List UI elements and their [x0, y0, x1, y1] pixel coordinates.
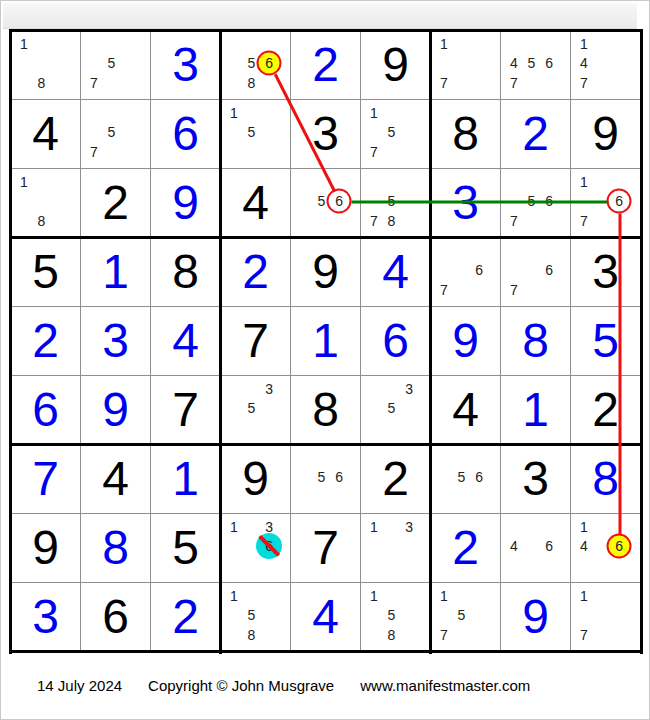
solved-digit: 8: [102, 524, 129, 572]
cell-r9c2[interactable]: 6: [81, 583, 151, 652]
candidate-digit: 5: [248, 125, 256, 139]
cell-r9c9[interactable]: 17: [571, 583, 641, 652]
cell-r6c6[interactable]: 35: [361, 376, 431, 445]
cell-r4c9[interactable]: 3: [571, 238, 641, 307]
cell-r8c2[interactable]: 8: [81, 514, 151, 583]
given-digit: 2: [592, 386, 619, 434]
candidate-digit: 8: [248, 76, 256, 90]
candidate-digit: 3: [405, 520, 413, 534]
cell-r2c3[interactable]: 6: [151, 100, 221, 169]
candidate-digit: 5: [108, 125, 116, 139]
cell-r1c2[interactable]: 57: [81, 31, 151, 100]
candidate-digit: 7: [510, 214, 518, 228]
solved-digit: 2: [522, 110, 549, 158]
box-border-vertical: [640, 29, 643, 654]
toolbar: [3, 3, 637, 29]
candidate-digit: 6: [475, 470, 483, 484]
solved-digit: 1: [312, 317, 339, 365]
solved-digit: 7: [32, 455, 59, 503]
given-digit: 9: [312, 248, 339, 296]
candidate-digit: 1: [370, 520, 378, 534]
cell-r3c5[interactable]: 56: [291, 169, 361, 238]
candidate-digit: 1: [440, 37, 448, 51]
cell-r7c1[interactable]: 7: [11, 445, 81, 514]
candidate-digit: 8: [38, 76, 46, 90]
candidate-digit: 8: [388, 628, 396, 642]
candidate-digit: 6: [335, 194, 343, 208]
candidate-digit: 7: [370, 214, 378, 228]
cell-r1c9[interactable]: 147: [571, 31, 641, 100]
candidate-digit: 5: [248, 56, 256, 70]
cell-r5c2[interactable]: 3: [81, 307, 151, 376]
candidate-digit: 3: [265, 382, 273, 396]
cell-r5c6[interactable]: 6: [361, 307, 431, 376]
cell-r3c8[interactable]: 567: [501, 169, 571, 238]
cell-r6c2[interactable]: 9: [81, 376, 151, 445]
candidate-digit: 4: [510, 539, 518, 553]
cell-r1c6[interactable]: 9: [361, 31, 431, 100]
cell-r8c8[interactable]: 46: [501, 514, 571, 583]
cell-r2c9[interactable]: 9: [571, 100, 641, 169]
box-border-vertical: [9, 29, 12, 654]
candidate-digit: 7: [440, 628, 448, 642]
solved-digit: 6: [382, 317, 409, 365]
solved-digit: 9: [172, 179, 199, 227]
cell-r8c9[interactable]: 146: [571, 514, 641, 583]
solved-digit: 1: [172, 455, 199, 503]
cell-r7c3[interactable]: 1: [151, 445, 221, 514]
cell-r5c7[interactable]: 9: [431, 307, 501, 376]
given-digit: 7: [242, 317, 269, 365]
cell-r1c8[interactable]: 4567: [501, 31, 571, 100]
given-digit: 2: [102, 179, 129, 227]
cell-r3c4[interactable]: 4: [221, 169, 291, 238]
cell-r8c5[interactable]: 7: [291, 514, 361, 583]
cell-r4c1[interactable]: 5: [11, 238, 81, 307]
candidate-digit: 1: [580, 175, 588, 189]
cell-r9c8[interactable]: 9: [501, 583, 571, 652]
candidate-digit: 5: [388, 194, 396, 208]
cell-r8c4[interactable]: 136: [221, 514, 291, 583]
candidate-digit: 1: [230, 589, 238, 603]
cell-r7c9[interactable]: 8: [571, 445, 641, 514]
candidate-digit: 6: [545, 56, 553, 70]
candidate-digit: 7: [370, 145, 378, 159]
candidate-digit: 1: [580, 589, 588, 603]
cell-r6c4[interactable]: 35: [221, 376, 291, 445]
cell-r9c7[interactable]: 157: [431, 583, 501, 652]
cell-r3c6[interactable]: 578: [361, 169, 431, 238]
solved-digit: 3: [32, 593, 59, 641]
candidate-digit: 6: [615, 194, 623, 208]
cell-r4c2[interactable]: 1: [81, 238, 151, 307]
footer-copyright: Copyright © John Musgrave: [148, 677, 334, 694]
candidate-digit: 1: [440, 589, 448, 603]
given-digit: 9: [592, 110, 619, 158]
cell-r6c8[interactable]: 1: [501, 376, 571, 445]
cell-r7c8[interactable]: 3: [501, 445, 571, 514]
solved-digit: 2: [32, 317, 59, 365]
cell-r3c3[interactable]: 9: [151, 169, 221, 238]
given-digit: 4: [242, 179, 269, 227]
candidate-digit: 6: [265, 56, 273, 70]
candidate-digit: 5: [388, 125, 396, 139]
cell-r7c4[interactable]: 9: [221, 445, 291, 514]
solved-digit: 6: [32, 386, 59, 434]
cell-r9c4[interactable]: 158: [221, 583, 291, 652]
solved-digit: 2: [172, 593, 199, 641]
solved-digit: 5: [592, 317, 619, 365]
cell-r4c6[interactable]: 4: [361, 238, 431, 307]
candidate-digit: 1: [580, 37, 588, 51]
cell-r6c1[interactable]: 6: [11, 376, 81, 445]
candidate-digit: 5: [528, 194, 536, 208]
solved-digit: 6: [172, 110, 199, 158]
cell-r4c5[interactable]: 9: [291, 238, 361, 307]
cell-r8c3[interactable]: 5: [151, 514, 221, 583]
candidate-digit: 1: [580, 520, 588, 534]
cell-r9c3[interactable]: 2: [151, 583, 221, 652]
cell-r2c5[interactable]: 3: [291, 100, 361, 169]
cell-r6c7[interactable]: 4: [431, 376, 501, 445]
given-digit: 9: [32, 524, 59, 572]
cell-r4c7[interactable]: 67: [431, 238, 501, 307]
cell-r2c8[interactable]: 2: [501, 100, 571, 169]
candidate-digit: 7: [90, 76, 98, 90]
box-border-horizontal: [9, 236, 643, 239]
solved-digit: 4: [172, 317, 199, 365]
box-border-vertical: [429, 29, 432, 654]
candidate-digit: 1: [370, 589, 378, 603]
candidate-digit: 1: [370, 106, 378, 120]
cell-r5c8[interactable]: 8: [501, 307, 571, 376]
box-border-vertical: [219, 29, 222, 654]
cell-r3c2[interactable]: 2: [81, 169, 151, 238]
cell-r4c3[interactable]: 8: [151, 238, 221, 307]
solved-digit: 2: [312, 41, 339, 89]
cell-r2c7[interactable]: 8: [431, 100, 501, 169]
cell-r8c6[interactable]: 13: [361, 514, 431, 583]
given-digit: 5: [172, 524, 199, 572]
solved-digit: 1: [522, 386, 549, 434]
cell-r2c4[interactable]: 15: [221, 100, 291, 169]
given-digit: 3: [312, 110, 339, 158]
given-digit: 4: [102, 455, 129, 503]
candidate-digit: 8: [38, 214, 46, 228]
candidate-digit: 5: [388, 401, 396, 415]
given-digit: 9: [242, 455, 269, 503]
cell-r1c3[interactable]: 3: [151, 31, 221, 100]
solved-digit: 3: [452, 179, 479, 227]
cell-r7c7[interactable]: 56: [431, 445, 501, 514]
sudoku-app-window: 1857356829174567147457615315782918294565…: [0, 0, 650, 720]
given-digit: 3: [522, 455, 549, 503]
cell-r5c4[interactable]: 7: [221, 307, 291, 376]
solved-digit: 2: [452, 524, 479, 572]
cell-r8c7[interactable]: 2: [431, 514, 501, 583]
candidate-digit: 8: [388, 214, 396, 228]
cell-r7c6[interactable]: 2: [361, 445, 431, 514]
box-border-horizontal: [9, 443, 643, 446]
candidate-digit: 4: [510, 56, 518, 70]
solved-digit: 9: [522, 593, 549, 641]
cell-r1c7[interactable]: 17: [431, 31, 501, 100]
cell-r5c1[interactable]: 2: [11, 307, 81, 376]
candidate-digit: 7: [580, 628, 588, 642]
cell-r5c3[interactable]: 4: [151, 307, 221, 376]
candidate-digit: 6: [615, 539, 623, 553]
cell-r9c5[interactable]: 4: [291, 583, 361, 652]
cell-r2c2[interactable]: 57: [81, 100, 151, 169]
cell-r5c9[interactable]: 5: [571, 307, 641, 376]
solved-digit: 2: [242, 248, 269, 296]
solved-digit: 9: [452, 317, 479, 365]
given-digit: 2: [382, 455, 409, 503]
cell-r6c9[interactable]: 2: [571, 376, 641, 445]
candidate-digit: 5: [458, 608, 466, 622]
candidate-digit: 5: [108, 56, 116, 70]
candidate-digit: 7: [510, 76, 518, 90]
candidate-digit: 3: [405, 382, 413, 396]
box-border-horizontal: [9, 29, 643, 32]
cell-r3c9[interactable]: 167: [571, 169, 641, 238]
candidate-digit: 8: [248, 628, 256, 642]
cell-r2c6[interactable]: 157: [361, 100, 431, 169]
given-digit: 4: [452, 386, 479, 434]
footer-website: www.manifestmaster.com: [360, 677, 530, 694]
given-digit: 9: [382, 41, 409, 89]
cell-r5c5[interactable]: 1: [291, 307, 361, 376]
given-digit: 8: [452, 110, 479, 158]
cell-r4c8[interactable]: 67: [501, 238, 571, 307]
given-digit: 4: [32, 110, 59, 158]
candidate-digit: 7: [90, 145, 98, 159]
solved-digit: 4: [312, 593, 339, 641]
cell-r7c5[interactable]: 56: [291, 445, 361, 514]
solved-digit: 3: [102, 317, 129, 365]
cell-r8c1[interactable]: 9: [11, 514, 81, 583]
cell-r1c1[interactable]: 18: [11, 31, 81, 100]
given-digit: 8: [312, 386, 339, 434]
box-border-horizontal: [9, 650, 643, 653]
cell-r2c1[interactable]: 4: [11, 100, 81, 169]
candidate-digit: 7: [580, 214, 588, 228]
candidate-digit: 7: [440, 283, 448, 297]
footer: 14 July 2024 Copyright © John Musgrave w…: [37, 677, 530, 694]
candidate-digit: 1: [230, 520, 238, 534]
candidate-digit: 5: [248, 608, 256, 622]
cell-r7c2[interactable]: 4: [81, 445, 151, 514]
candidate-digit: 4: [580, 56, 588, 70]
candidate-digit: 6: [545, 194, 553, 208]
candidate-digit: 6: [545, 263, 553, 277]
cell-r6c3[interactable]: 7: [151, 376, 221, 445]
given-digit: 5: [32, 248, 59, 296]
solved-digit: 1: [102, 248, 129, 296]
cell-r4c4[interactable]: 2: [221, 238, 291, 307]
candidate-digit: 7: [440, 76, 448, 90]
candidate-digit: 6: [335, 470, 343, 484]
given-digit: 6: [102, 593, 129, 641]
candidate-digit: 5: [318, 194, 326, 208]
cell-r9c1[interactable]: 3: [11, 583, 81, 652]
footer-date: 14 July 2024: [37, 677, 122, 694]
candidate-digit: 5: [248, 401, 256, 415]
candidate-digit: 1: [20, 37, 28, 51]
solved-digit: 4: [382, 248, 409, 296]
candidate-digit: 5: [528, 56, 536, 70]
cell-r1c5[interactable]: 2: [291, 31, 361, 100]
candidate-digit: 5: [388, 608, 396, 622]
candidate-digit: 4: [580, 539, 588, 553]
cell-r6c5[interactable]: 8: [291, 376, 361, 445]
candidate-digit: 5: [318, 470, 326, 484]
solved-digit: 8: [522, 317, 549, 365]
cell-r3c7[interactable]: 3: [431, 169, 501, 238]
given-digit: 3: [592, 248, 619, 296]
candidate-digit: 6: [545, 539, 553, 553]
candidate-digit: 1: [20, 175, 28, 189]
given-digit: 7: [312, 524, 339, 572]
given-digit: 7: [172, 386, 199, 434]
solved-digit: 9: [102, 386, 129, 434]
candidate-digit: 6: [475, 263, 483, 277]
candidate-digit: 7: [510, 283, 518, 297]
cell-r9c6[interactable]: 158: [361, 583, 431, 652]
sudoku-board: 1857356829174567147457615315782918294565…: [11, 31, 641, 652]
candidate-digit: 5: [458, 470, 466, 484]
solved-digit: 3: [172, 41, 199, 89]
given-digit: 8: [172, 248, 199, 296]
solved-digit: 8: [592, 455, 619, 503]
candidate-digit: 3: [265, 520, 273, 534]
candidate-digit: 1: [230, 106, 238, 120]
cell-r1c4[interactable]: 568: [221, 31, 291, 100]
cell-r3c1[interactable]: 18: [11, 169, 81, 238]
candidate-digit: 7: [580, 76, 588, 90]
